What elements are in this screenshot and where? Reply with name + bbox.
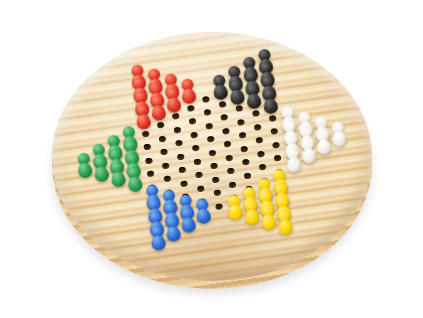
board-hole[interactable] bbox=[215, 203, 223, 210]
board-hole[interactable] bbox=[141, 131, 149, 138]
board-hole[interactable] bbox=[225, 154, 233, 161]
board-cell bbox=[150, 104, 168, 119]
board-cell bbox=[110, 170, 128, 185]
chinese-checkers-photo bbox=[0, 0, 423, 318]
board-hole[interactable] bbox=[146, 171, 154, 178]
board-cell bbox=[150, 234, 168, 249]
board-cell bbox=[180, 216, 198, 231]
black-peg[interactable] bbox=[212, 74, 229, 101]
board-hole[interactable] bbox=[270, 128, 278, 135]
red-peg[interactable] bbox=[180, 78, 197, 105]
board-hole[interactable] bbox=[191, 145, 199, 152]
board-hole[interactable] bbox=[205, 123, 213, 130]
board-cell bbox=[262, 97, 280, 112]
board-hole[interactable] bbox=[223, 141, 231, 148]
board-hole[interactable] bbox=[180, 180, 188, 187]
board-column bbox=[314, 125, 333, 154]
board-cell bbox=[212, 83, 230, 98]
red-peg[interactable] bbox=[165, 86, 182, 113]
board-hole[interactable] bbox=[235, 105, 243, 112]
black-peg[interactable] bbox=[245, 83, 262, 110]
green-peg[interactable] bbox=[93, 156, 110, 183]
board-cell bbox=[126, 175, 144, 190]
board-hole[interactable] bbox=[161, 162, 169, 169]
board-hole[interactable] bbox=[252, 110, 260, 117]
blue-peg[interactable] bbox=[180, 207, 197, 234]
board-cell bbox=[245, 93, 263, 108]
blue-peg[interactable] bbox=[195, 198, 212, 225]
board-hole[interactable] bbox=[196, 185, 204, 192]
board-hole[interactable] bbox=[240, 146, 248, 153]
black-peg[interactable] bbox=[262, 88, 279, 115]
board-hole[interactable] bbox=[227, 168, 235, 175]
board-hole[interactable] bbox=[272, 142, 280, 149]
board-cell bbox=[76, 161, 94, 176]
board-hole[interactable] bbox=[220, 114, 228, 121]
board-hole[interactable] bbox=[178, 167, 186, 174]
yellow-peg[interactable] bbox=[260, 204, 277, 231]
board-hole[interactable] bbox=[218, 101, 226, 108]
board-cell bbox=[135, 113, 153, 128]
board-cell bbox=[285, 156, 303, 171]
board-cell bbox=[165, 96, 183, 111]
board-hole[interactable] bbox=[190, 131, 198, 138]
blue-peg[interactable] bbox=[164, 216, 181, 243]
board-hole[interactable] bbox=[195, 172, 203, 179]
red-peg[interactable] bbox=[150, 95, 167, 122]
board-hole[interactable] bbox=[257, 150, 265, 157]
board-hole[interactable] bbox=[145, 157, 153, 164]
board-hole[interactable] bbox=[202, 96, 210, 103]
board-hole[interactable] bbox=[222, 128, 230, 135]
board-hole[interactable] bbox=[268, 115, 276, 122]
green-peg[interactable] bbox=[109, 161, 126, 188]
blue-peg[interactable] bbox=[149, 224, 166, 251]
board-hole[interactable] bbox=[238, 132, 246, 139]
board-hole[interactable] bbox=[242, 159, 250, 166]
board-hole[interactable] bbox=[203, 109, 211, 116]
green-peg[interactable] bbox=[126, 166, 143, 193]
board-cell bbox=[315, 138, 333, 153]
board-hole[interactable] bbox=[176, 153, 184, 160]
board-hole[interactable] bbox=[258, 164, 266, 171]
board-hole[interactable] bbox=[208, 150, 216, 157]
board-hole[interactable] bbox=[187, 105, 195, 112]
board-hole[interactable] bbox=[210, 163, 218, 170]
board-hole[interactable] bbox=[193, 158, 201, 165]
board-cell bbox=[93, 166, 111, 181]
board-column bbox=[330, 130, 348, 145]
board-cell bbox=[277, 218, 295, 233]
board-hole[interactable] bbox=[211, 176, 219, 183]
black-peg[interactable] bbox=[228, 79, 245, 106]
board-cell bbox=[165, 225, 183, 240]
board-hole[interactable] bbox=[156, 122, 164, 129]
board-hole[interactable] bbox=[173, 127, 181, 134]
white-peg[interactable] bbox=[330, 120, 347, 147]
star-grid bbox=[66, 49, 357, 256]
green-peg[interactable] bbox=[76, 152, 93, 179]
board-hole[interactable] bbox=[158, 135, 166, 142]
board-hole[interactable] bbox=[253, 124, 261, 131]
yellow-peg[interactable] bbox=[226, 194, 243, 221]
white-peg[interactable] bbox=[300, 138, 317, 165]
red-peg[interactable] bbox=[135, 104, 152, 131]
board-cell bbox=[228, 88, 246, 103]
board-hole[interactable] bbox=[143, 144, 151, 151]
board-hole[interactable] bbox=[213, 190, 221, 197]
board-hole[interactable] bbox=[175, 140, 183, 147]
board-hole[interactable] bbox=[171, 113, 179, 120]
board-cell bbox=[300, 147, 318, 162]
board-cell bbox=[180, 87, 198, 102]
board-hole[interactable] bbox=[207, 136, 215, 143]
board-column bbox=[76, 161, 94, 176]
board-hole[interactable] bbox=[273, 155, 281, 162]
white-peg[interactable] bbox=[285, 146, 302, 173]
board-hole[interactable] bbox=[255, 137, 263, 144]
yellow-peg[interactable] bbox=[243, 199, 260, 226]
board-hole[interactable] bbox=[163, 176, 171, 183]
board-hole[interactable] bbox=[237, 119, 245, 126]
board-cell bbox=[227, 204, 245, 219]
board-cell bbox=[260, 213, 278, 228]
white-peg[interactable] bbox=[315, 129, 332, 156]
board-cell bbox=[210, 199, 228, 214]
board-hole[interactable] bbox=[160, 149, 168, 156]
yellow-peg[interactable] bbox=[276, 209, 293, 236]
board-cell bbox=[195, 208, 213, 223]
board-hole[interactable] bbox=[228, 181, 236, 188]
board-cell bbox=[243, 208, 261, 223]
board-hole[interactable] bbox=[188, 118, 196, 125]
board-cell bbox=[330, 130, 348, 145]
board-hole[interactable] bbox=[243, 172, 251, 179]
